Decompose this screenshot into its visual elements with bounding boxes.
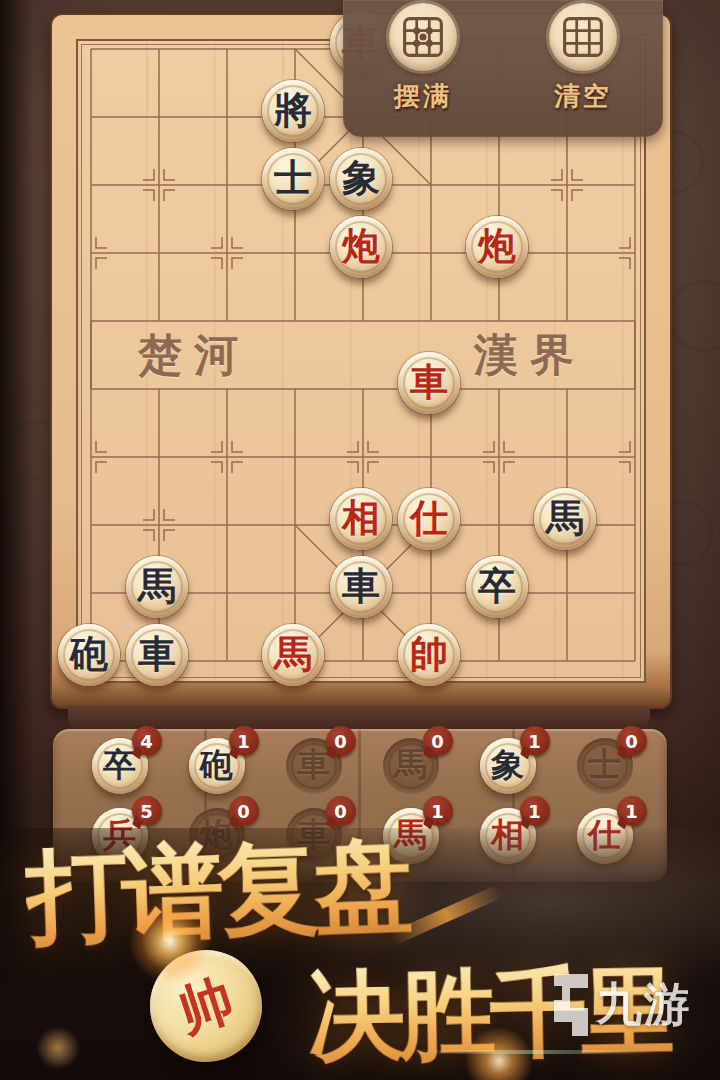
board-piece-black[interactable]: 馬	[126, 556, 188, 618]
tray-slot[interactable]: 車0	[286, 738, 342, 794]
piece-glyph: 車	[410, 363, 448, 401]
board-piece-red[interactable]: 炮	[466, 216, 528, 278]
piece-glyph: 砲	[70, 635, 108, 673]
screen: 楚河 漢界 車將士象炮炮車相仕馬馬車卒砲車馬帥 卒4砲1車0馬0象1士0兵5炮0…	[0, 0, 720, 1080]
piece-glyph: 士	[274, 159, 312, 197]
piece-count-badge: 1	[520, 726, 550, 756]
piece-glyph: 仕	[588, 818, 621, 851]
piece-glyph: 馬	[394, 748, 427, 781]
piece-glyph: 炮	[200, 818, 233, 851]
piece-count-badge: 1	[520, 796, 550, 826]
piece-count-badge: 0	[229, 796, 259, 826]
piece-glyph: 馬	[274, 635, 312, 673]
background-swirl-decoration	[668, 280, 720, 352]
tray-slot[interactable]: 士0	[577, 738, 633, 794]
piece-glyph: 炮	[342, 227, 380, 265]
piece-count-badge: 0	[423, 726, 453, 756]
piece-glyph: 馬	[546, 499, 584, 537]
piece-glyph: 炮	[478, 227, 516, 265]
piece-glyph: 帥	[410, 635, 448, 673]
general-piece-glyph: 帅	[169, 963, 243, 1049]
captured-piece-tray: 卒4砲1車0馬0象1士0兵5炮0車0馬1相1仕1	[53, 729, 667, 882]
left-edge-vignette	[0, 0, 34, 1080]
watermark-text: 九游	[596, 974, 692, 1036]
board-fill-icon[interactable]	[389, 3, 457, 71]
piece-count-badge: 5	[132, 796, 162, 826]
board-piece-black[interactable]: 馬	[534, 488, 596, 550]
piece-count-badge: 1	[617, 796, 647, 826]
board-piece-red[interactable]: 車	[398, 352, 460, 414]
jiuyou-watermark: 九游	[548, 974, 692, 1036]
piece-glyph: 砲	[200, 748, 233, 781]
light-streak	[388, 884, 503, 946]
light-flare	[36, 1026, 80, 1070]
board-piece-red[interactable]: 馬	[262, 624, 324, 686]
piece-glyph: 卒	[478, 567, 516, 605]
piece-glyph: 馬	[138, 567, 176, 605]
piece-count-badge: 0	[326, 726, 356, 756]
board-piece-black[interactable]: 象	[330, 148, 392, 210]
piece-glyph: 士	[588, 748, 621, 781]
clear-board-label[interactable]: 清空	[554, 79, 612, 114]
board-clear-icon[interactable]	[549, 3, 617, 71]
board-piece-black[interactable]: 車	[126, 624, 188, 686]
banner-title-line2: 决胜千里	[307, 947, 673, 1080]
piece-count-badge: 0	[617, 726, 647, 756]
piece-count-badge: 1	[423, 796, 453, 826]
board-piece-black[interactable]: 士	[262, 148, 324, 210]
tray-grid: 卒4砲1車0馬0象1士0兵5炮0車0馬1相1仕1	[71, 731, 653, 871]
piece-count-badge: 4	[132, 726, 162, 756]
fill-board-button[interactable]: 摆满	[389, 3, 457, 114]
tray-slot[interactable]: 炮0	[189, 808, 245, 864]
piece-glyph: 馬	[394, 818, 427, 851]
board-piece-red[interactable]: 炮	[330, 216, 392, 278]
clear-board-button[interactable]: 清空	[549, 3, 617, 114]
piece-glyph: 仕	[410, 499, 448, 537]
piece-glyph: 象	[342, 159, 380, 197]
tray-slot[interactable]: 兵5	[92, 808, 148, 864]
board-piece-red[interactable]: 仕	[398, 488, 460, 550]
light-flare	[128, 900, 212, 984]
piece-glyph: 將	[274, 91, 312, 129]
piece-glyph: 車	[138, 635, 176, 673]
tray-slot[interactable]: 相1	[480, 808, 536, 864]
river-label-han: 漢界	[474, 326, 586, 385]
piece-count-badge: 1	[229, 726, 259, 756]
board-piece-black[interactable]: 砲	[58, 624, 120, 686]
board-piece-black[interactable]: 車	[330, 556, 392, 618]
jiuyou-logo-icon	[548, 974, 592, 1036]
light-flare	[462, 1024, 536, 1080]
piece-glyph: 兵	[103, 818, 136, 851]
board-piece-black[interactable]: 卒	[466, 556, 528, 618]
tray-slot[interactable]: 象1	[480, 738, 536, 794]
setup-popup: 摆满 清空	[343, 0, 663, 137]
general-piece-decoration: 帅	[135, 935, 276, 1076]
board-piece-red[interactable]: 帥	[398, 624, 460, 686]
piece-glyph: 車	[342, 567, 380, 605]
tray-slot[interactable]: 馬0	[383, 738, 439, 794]
piece-glyph: 相	[491, 818, 524, 851]
piece-glyph: 車	[297, 818, 330, 851]
fill-board-label[interactable]: 摆满	[394, 79, 452, 114]
piece-glyph: 象	[491, 748, 524, 781]
tray-slot[interactable]: 仕1	[577, 808, 633, 864]
tray-slot[interactable]: 砲1	[189, 738, 245, 794]
piece-glyph: 車	[297, 748, 330, 781]
tray-slot[interactable]: 馬1	[383, 808, 439, 864]
board-pedestal	[68, 706, 650, 730]
light-streak	[408, 1050, 658, 1054]
board-piece-red[interactable]: 相	[330, 488, 392, 550]
tray-slot[interactable]: 車0	[286, 808, 342, 864]
board-piece-black[interactable]: 將	[262, 80, 324, 142]
tray-slot[interactable]: 卒4	[92, 738, 148, 794]
piece-glyph: 相	[342, 499, 380, 537]
piece-count-badge: 0	[326, 796, 356, 826]
river-label-chu: 楚河	[138, 326, 250, 385]
piece-glyph: 卒	[103, 748, 136, 781]
